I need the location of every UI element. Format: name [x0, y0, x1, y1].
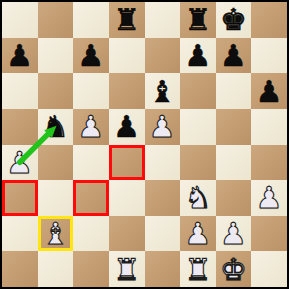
- square-d3[interactable]: [109, 180, 145, 216]
- square-b5[interactable]: ♞: [38, 109, 74, 145]
- square-a5[interactable]: [2, 109, 38, 145]
- square-e6[interactable]: ♝: [145, 73, 181, 109]
- piece-black-rook[interactable]: ♜: [113, 2, 140, 37]
- square-h2[interactable]: [251, 216, 287, 252]
- square-c1[interactable]: [73, 251, 109, 287]
- square-b7[interactable]: [38, 38, 74, 74]
- board-grid: ♜♜♚♟♟♟♟♝♟♞♟♟♟♟♞♟♝♟♟♜♜♚: [2, 2, 287, 287]
- square-c8[interactable]: [73, 2, 109, 38]
- piece-black-king[interactable]: ♚: [220, 2, 247, 37]
- square-b6[interactable]: [38, 73, 74, 109]
- square-b8[interactable]: [38, 2, 74, 38]
- piece-white-bishop[interactable]: ♝: [42, 216, 69, 251]
- square-b4[interactable]: [38, 145, 74, 181]
- piece-black-rook[interactable]: ♜: [184, 2, 211, 37]
- square-d1[interactable]: ♜: [109, 251, 145, 287]
- piece-black-bishop[interactable]: ♝: [149, 74, 176, 109]
- piece-white-pawn[interactable]: ♟: [78, 109, 105, 144]
- piece-black-pawn[interactable]: ♟: [256, 74, 283, 109]
- square-h3[interactable]: ♟: [251, 180, 287, 216]
- piece-white-rook[interactable]: ♜: [113, 252, 140, 287]
- square-a1[interactable]: [2, 251, 38, 287]
- square-f2[interactable]: ♟: [180, 216, 216, 252]
- square-a2[interactable]: [2, 216, 38, 252]
- square-c2[interactable]: [73, 216, 109, 252]
- piece-black-pawn[interactable]: ♟: [6, 38, 33, 73]
- square-e3[interactable]: [145, 180, 181, 216]
- square-d5[interactable]: ♟: [109, 109, 145, 145]
- square-b1[interactable]: [38, 251, 74, 287]
- square-d6[interactable]: [109, 73, 145, 109]
- square-h4[interactable]: [251, 145, 287, 181]
- piece-black-pawn[interactable]: ♟: [78, 38, 105, 73]
- square-g8[interactable]: ♚: [216, 2, 252, 38]
- chess-board: ♜♜♚♟♟♟♟♝♟♞♟♟♟♟♞♟♝♟♟♜♜♚: [0, 0, 289, 289]
- piece-black-pawn[interactable]: ♟: [184, 38, 211, 73]
- piece-black-pawn[interactable]: ♟: [220, 38, 247, 73]
- square-e5[interactable]: ♟: [145, 109, 181, 145]
- square-f3[interactable]: ♞: [180, 180, 216, 216]
- square-b2[interactable]: ♝: [38, 216, 74, 252]
- square-e8[interactable]: [145, 2, 181, 38]
- piece-white-rook[interactable]: ♜: [184, 252, 211, 287]
- square-h1[interactable]: [251, 251, 287, 287]
- square-f6[interactable]: [180, 73, 216, 109]
- piece-white-pawn[interactable]: ♟: [6, 145, 33, 180]
- square-e1[interactable]: [145, 251, 181, 287]
- square-f7[interactable]: ♟: [180, 38, 216, 74]
- square-f5[interactable]: [180, 109, 216, 145]
- square-b3[interactable]: [38, 180, 74, 216]
- square-g4[interactable]: [216, 145, 252, 181]
- piece-black-knight[interactable]: ♞: [42, 109, 69, 144]
- piece-white-pawn[interactable]: ♟: [220, 216, 247, 251]
- square-g5[interactable]: [216, 109, 252, 145]
- square-h8[interactable]: [251, 2, 287, 38]
- square-f4[interactable]: [180, 145, 216, 181]
- square-d2[interactable]: [109, 216, 145, 252]
- square-a7[interactable]: ♟: [2, 38, 38, 74]
- piece-white-king[interactable]: ♚: [220, 252, 247, 287]
- square-h6[interactable]: ♟: [251, 73, 287, 109]
- piece-white-knight[interactable]: ♞: [184, 180, 211, 215]
- square-g1[interactable]: ♚: [216, 251, 252, 287]
- square-d7[interactable]: [109, 38, 145, 74]
- square-h5[interactable]: [251, 109, 287, 145]
- square-g3[interactable]: [216, 180, 252, 216]
- square-a6[interactable]: [2, 73, 38, 109]
- square-c5[interactable]: ♟: [73, 109, 109, 145]
- square-g2[interactable]: ♟: [216, 216, 252, 252]
- square-f1[interactable]: ♜: [180, 251, 216, 287]
- square-a4[interactable]: ♟: [2, 145, 38, 181]
- square-g7[interactable]: ♟: [216, 38, 252, 74]
- square-d8[interactable]: ♜: [109, 2, 145, 38]
- square-d4[interactable]: [109, 145, 145, 181]
- square-c3[interactable]: [73, 180, 109, 216]
- square-c4[interactable]: [73, 145, 109, 181]
- square-c6[interactable]: [73, 73, 109, 109]
- square-e4[interactable]: [145, 145, 181, 181]
- square-f8[interactable]: ♜: [180, 2, 216, 38]
- square-e7[interactable]: [145, 38, 181, 74]
- square-a3[interactable]: [2, 180, 38, 216]
- square-e2[interactable]: [145, 216, 181, 252]
- piece-white-pawn[interactable]: ♟: [184, 216, 211, 251]
- square-h7[interactable]: [251, 38, 287, 74]
- square-c7[interactable]: ♟: [73, 38, 109, 74]
- piece-black-pawn[interactable]: ♟: [113, 109, 140, 144]
- square-g6[interactable]: [216, 73, 252, 109]
- square-a8[interactable]: [2, 2, 38, 38]
- piece-white-pawn[interactable]: ♟: [256, 180, 283, 215]
- piece-white-pawn[interactable]: ♟: [149, 109, 176, 144]
